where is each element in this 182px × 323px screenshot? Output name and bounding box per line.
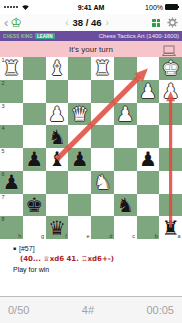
file-label: d bbox=[109, 233, 112, 239]
chess-king-app: 9:41 AM 100% ‹ ♔ ‹ 38 / 46 › bbox=[0, 0, 182, 323]
square-g6[interactable] bbox=[23, 171, 46, 194]
square-c4[interactable] bbox=[114, 125, 137, 148]
file-label: c bbox=[132, 233, 135, 239]
black-pawn: ♟ bbox=[2, 171, 20, 193]
square-d1[interactable]: ♜ bbox=[91, 57, 114, 80]
white-rook: ♜ bbox=[93, 57, 111, 79]
white-rook: ♜ bbox=[2, 57, 20, 79]
rank-label: 7 bbox=[2, 194, 5, 200]
goal-text: Play for win bbox=[13, 266, 182, 273]
black-knight: ♞ bbox=[48, 126, 66, 148]
status-bar: 9:41 AM 100% bbox=[0, 0, 182, 14]
square-e8[interactable]: e bbox=[68, 216, 91, 239]
square-e3[interactable]: ♛ bbox=[68, 103, 91, 126]
square-f6[interactable] bbox=[46, 171, 69, 194]
square-a6[interactable] bbox=[159, 171, 182, 194]
nav-bar: ‹ ♔ ‹ 38 / 46 › bbox=[0, 14, 182, 31]
file-label: b bbox=[155, 233, 158, 239]
rank-label: 3 bbox=[2, 103, 5, 109]
square-h3[interactable]: 3 bbox=[0, 103, 23, 126]
bottom-toolbar: 0/50 4# 00:05 bbox=[0, 296, 182, 323]
black-king: ♚ bbox=[25, 194, 43, 216]
square-c5[interactable] bbox=[114, 148, 137, 171]
white-pawn: ♟ bbox=[48, 103, 66, 125]
variation-line: (40... ♕xd6 41. ♖xd6+-) bbox=[20, 255, 182, 263]
white-knight: ♞ bbox=[93, 171, 111, 193]
square-g7[interactable]: ♚ bbox=[23, 194, 46, 217]
square-h6[interactable]: 6♟ bbox=[0, 171, 23, 194]
square-a5[interactable] bbox=[159, 148, 182, 171]
battery-percent: 100% bbox=[145, 4, 163, 11]
square-b6[interactable] bbox=[137, 171, 160, 194]
white-king: ♚ bbox=[162, 57, 180, 79]
square-e7[interactable] bbox=[68, 194, 91, 217]
square-c1[interactable] bbox=[114, 57, 137, 80]
next-puzzle-button[interactable]: › bbox=[106, 17, 109, 28]
file-label: f bbox=[65, 233, 67, 239]
black-queen: ♛ bbox=[48, 217, 66, 239]
white-pawn: ♟ bbox=[162, 80, 180, 102]
app-name: CHESS KING bbox=[3, 34, 33, 39]
square-g2[interactable] bbox=[23, 80, 46, 103]
clock-time: 9:41 AM bbox=[56, 4, 126, 11]
square-b3[interactable] bbox=[137, 103, 160, 126]
black-bishop: ♝ bbox=[48, 148, 66, 170]
square-c3[interactable]: ♟ bbox=[114, 103, 137, 126]
square-a8[interactable]: a♜ bbox=[159, 216, 182, 239]
file-label: a bbox=[177, 233, 180, 239]
brand-bar: CHESS KING LEARN Chess Tactics Art (1400… bbox=[0, 31, 182, 41]
square-g5[interactable]: ♟ bbox=[23, 148, 46, 171]
white-pawn: ♟ bbox=[139, 80, 157, 102]
square-a2[interactable]: ♟ bbox=[159, 80, 182, 103]
black-pawn: ♟ bbox=[71, 148, 89, 170]
square-h4[interactable]: 4 bbox=[0, 125, 23, 148]
square-d6[interactable]: ♞ bbox=[91, 171, 114, 194]
square-b8[interactable]: b bbox=[137, 216, 160, 239]
square-d2[interactable] bbox=[91, 80, 114, 103]
square-g4[interactable] bbox=[23, 125, 46, 148]
square-a1[interactable]: ♚ bbox=[159, 57, 182, 80]
square-b1[interactable] bbox=[137, 57, 160, 80]
annotation-panel: ■[#57] (40... ♕xd6 41. ♖xd6+-) Play for … bbox=[0, 239, 182, 296]
square-e5[interactable]: ♟ bbox=[68, 148, 91, 171]
rank-label: 6 bbox=[2, 171, 5, 177]
square-a4[interactable] bbox=[159, 125, 182, 148]
rank-label: 5 bbox=[2, 148, 5, 154]
square-b4[interactable] bbox=[137, 125, 160, 148]
black-square-bullet: ■ bbox=[13, 245, 16, 251]
square-h8[interactable]: 8h bbox=[0, 216, 23, 239]
puzzle-counter: 38 / 46 bbox=[72, 17, 101, 28]
puzzle-id: [#57] bbox=[19, 245, 35, 252]
elapsed-timer: 00:05 bbox=[146, 304, 174, 316]
square-f1[interactable]: ♝ bbox=[46, 57, 69, 80]
white-bishop: ♝ bbox=[48, 57, 66, 79]
carrier-signal bbox=[4, 4, 56, 11]
file-label: h bbox=[18, 233, 21, 239]
mate-task: 4# bbox=[82, 304, 94, 316]
square-e6[interactable] bbox=[68, 171, 91, 194]
square-g3[interactable] bbox=[23, 103, 46, 126]
course-title: Chess Tactics Art (1400-1600) bbox=[55, 33, 179, 39]
square-h7[interactable]: 7 bbox=[0, 194, 23, 217]
board-wrap: 1♜♝♜♚2♟♟3♟♛♟4♞5♟♝♟♟6♟♞7♚♞8hgf♛edcba♜ bbox=[0, 57, 182, 239]
square-b5[interactable]: ♟ bbox=[137, 148, 160, 171]
rank-label: 4 bbox=[2, 125, 5, 131]
black-knight: ♞ bbox=[116, 194, 134, 216]
square-f8[interactable]: f♛ bbox=[46, 216, 69, 239]
square-f3[interactable]: ♟ bbox=[46, 103, 69, 126]
chess-king-logo-icon[interactable]: ♔ bbox=[10, 16, 22, 29]
square-b2[interactable]: ♟ bbox=[137, 80, 160, 103]
square-d4[interactable] bbox=[91, 125, 114, 148]
white-queen: ♛ bbox=[71, 103, 89, 125]
square-b7[interactable] bbox=[137, 194, 160, 217]
black-pawn: ♟ bbox=[25, 148, 43, 170]
square-f5[interactable]: ♝ bbox=[46, 148, 69, 171]
rank-label: 1 bbox=[2, 57, 5, 63]
white-pawn: ♟ bbox=[116, 103, 134, 125]
learn-badge: LEARN bbox=[35, 33, 55, 39]
puzzle-grid-icon[interactable] bbox=[152, 19, 160, 27]
square-d7[interactable] bbox=[91, 194, 114, 217]
square-c6[interactable] bbox=[114, 171, 137, 194]
square-c2[interactable] bbox=[114, 80, 137, 103]
square-f7[interactable] bbox=[46, 194, 69, 217]
rank-label: 8 bbox=[2, 216, 5, 222]
square-d8[interactable]: d bbox=[91, 216, 114, 239]
square-e2[interactable] bbox=[68, 80, 91, 103]
square-a3[interactable] bbox=[159, 103, 182, 126]
square-g8[interactable]: g bbox=[23, 216, 46, 239]
rank-label: 2 bbox=[2, 80, 5, 86]
square-c7[interactable]: ♞ bbox=[114, 194, 137, 217]
square-g1[interactable] bbox=[23, 57, 46, 80]
settings-gear-icon[interactable] bbox=[167, 17, 178, 28]
square-h5[interactable]: 5 bbox=[0, 148, 23, 171]
square-h2[interactable]: 2 bbox=[0, 80, 23, 103]
prev-puzzle-button[interactable]: ‹ bbox=[65, 17, 68, 28]
square-f2[interactable] bbox=[46, 80, 69, 103]
chess-board[interactable]: 1♜♝♜♚2♟♟3♟♛♟4♞5♟♝♟♟6♟♞7♚♞8hgf♛edcba♜ bbox=[0, 57, 182, 239]
back-chevron-icon[interactable]: ‹ bbox=[4, 16, 8, 29]
square-h1[interactable]: 1♜ bbox=[0, 57, 23, 80]
square-d5[interactable] bbox=[91, 148, 114, 171]
file-label: e bbox=[86, 233, 89, 239]
square-f4[interactable]: ♞ bbox=[46, 125, 69, 148]
square-c8[interactable]: c bbox=[114, 216, 137, 239]
square-a7[interactable] bbox=[159, 194, 182, 217]
turn-bar: It's your turn bbox=[0, 41, 182, 57]
score-counter: 0/50 bbox=[8, 304, 29, 316]
black-pawn: ♟ bbox=[139, 148, 157, 170]
file-label: g bbox=[41, 233, 44, 239]
square-d3[interactable] bbox=[91, 103, 114, 126]
wifi-icon bbox=[21, 4, 30, 11]
square-e1[interactable] bbox=[68, 57, 91, 80]
battery-icon bbox=[165, 4, 178, 10]
square-e4[interactable] bbox=[68, 125, 91, 148]
turn-message: It's your turn bbox=[0, 45, 182, 54]
